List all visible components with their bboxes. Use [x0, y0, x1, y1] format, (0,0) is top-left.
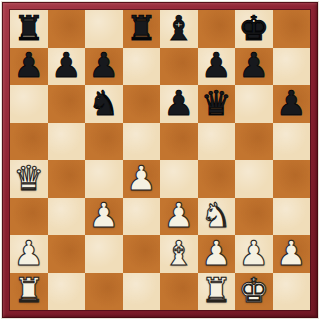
- square-d1[interactable]: [123, 273, 161, 311]
- square-e4[interactable]: [160, 160, 198, 198]
- black-pawn-a7[interactable]: ♟: [14, 48, 44, 82]
- square-d5[interactable]: [123, 123, 161, 161]
- square-h8[interactable]: [273, 10, 311, 48]
- square-c2[interactable]: [85, 235, 123, 273]
- white-pawn-e3[interactable]: ♟: [164, 198, 194, 232]
- square-f6[interactable]: ♛: [198, 85, 236, 123]
- square-h5[interactable]: [273, 123, 311, 161]
- square-e8[interactable]: ♝: [160, 10, 198, 48]
- square-d2[interactable]: [123, 235, 161, 273]
- square-d6[interactable]: [123, 85, 161, 123]
- square-f4[interactable]: [198, 160, 236, 198]
- square-h4[interactable]: [273, 160, 311, 198]
- square-f5[interactable]: [198, 123, 236, 161]
- black-knight-c6[interactable]: ♞: [89, 86, 119, 120]
- white-rook-a1[interactable]: ♜: [14, 273, 44, 307]
- square-d7[interactable]: [123, 48, 161, 86]
- black-rook-a8[interactable]: ♜: [14, 11, 44, 45]
- black-pawn-e6[interactable]: ♟: [164, 86, 194, 120]
- square-b5[interactable]: [48, 123, 86, 161]
- square-c6[interactable]: ♞: [85, 85, 123, 123]
- square-c4[interactable]: [85, 160, 123, 198]
- square-b4[interactable]: [48, 160, 86, 198]
- white-bishop-e2[interactable]: ♝: [164, 236, 194, 270]
- square-c1[interactable]: [85, 273, 123, 311]
- page: ♜♜♝♚♟♟♟♟♟♞♟♛♟♛♟♟♟♞♟♝♟♟♟♜♜♚: [0, 0, 320, 320]
- white-rook-f1[interactable]: ♜: [201, 273, 231, 307]
- white-pawn-h2[interactable]: ♟: [276, 236, 306, 270]
- black-king-g8[interactable]: ♚: [239, 11, 269, 45]
- square-h2[interactable]: ♟: [273, 235, 311, 273]
- black-queen-f6[interactable]: ♛: [201, 86, 231, 120]
- board: ♜♜♝♚♟♟♟♟♟♞♟♛♟♛♟♟♟♞♟♝♟♟♟♜♜♚: [10, 10, 310, 310]
- square-h6[interactable]: ♟: [273, 85, 311, 123]
- white-knight-f3[interactable]: ♞: [201, 198, 231, 232]
- white-pawn-c3[interactable]: ♟: [89, 198, 119, 232]
- square-g3[interactable]: [235, 198, 273, 236]
- square-g1[interactable]: ♚: [235, 273, 273, 311]
- square-e3[interactable]: ♟: [160, 198, 198, 236]
- square-a5[interactable]: [10, 123, 48, 161]
- black-rook-d8[interactable]: ♜: [126, 11, 156, 45]
- square-b2[interactable]: [48, 235, 86, 273]
- white-king-g1[interactable]: ♚: [239, 273, 269, 307]
- square-e7[interactable]: [160, 48, 198, 86]
- black-pawn-g7[interactable]: ♟: [239, 48, 269, 82]
- square-a4[interactable]: ♛: [10, 160, 48, 198]
- square-e2[interactable]: ♝: [160, 235, 198, 273]
- square-b6[interactable]: [48, 85, 86, 123]
- square-d8[interactable]: ♜: [123, 10, 161, 48]
- square-f7[interactable]: ♟: [198, 48, 236, 86]
- square-g6[interactable]: [235, 85, 273, 123]
- square-h1[interactable]: [273, 273, 311, 311]
- white-pawn-g2[interactable]: ♟: [239, 236, 269, 270]
- square-a8[interactable]: ♜: [10, 10, 48, 48]
- square-b7[interactable]: ♟: [48, 48, 86, 86]
- black-bishop-e8[interactable]: ♝: [164, 11, 194, 45]
- square-d3[interactable]: [123, 198, 161, 236]
- black-pawn-f7[interactable]: ♟: [201, 48, 231, 82]
- square-g8[interactable]: ♚: [235, 10, 273, 48]
- square-g4[interactable]: [235, 160, 273, 198]
- square-a3[interactable]: [10, 198, 48, 236]
- square-g7[interactable]: ♟: [235, 48, 273, 86]
- square-e5[interactable]: [160, 123, 198, 161]
- square-d4[interactable]: ♟: [123, 160, 161, 198]
- square-g2[interactable]: ♟: [235, 235, 273, 273]
- board-frame: ♜♜♝♚♟♟♟♟♟♞♟♛♟♛♟♟♟♞♟♝♟♟♟♜♜♚: [2, 2, 318, 318]
- square-c8[interactable]: [85, 10, 123, 48]
- white-pawn-d4[interactable]: ♟: [126, 161, 156, 195]
- square-c7[interactable]: ♟: [85, 48, 123, 86]
- square-a1[interactable]: ♜: [10, 273, 48, 311]
- white-pawn-a2[interactable]: ♟: [14, 236, 44, 270]
- square-f3[interactable]: ♞: [198, 198, 236, 236]
- square-h7[interactable]: [273, 48, 311, 86]
- square-c5[interactable]: [85, 123, 123, 161]
- square-f1[interactable]: ♜: [198, 273, 236, 311]
- square-e1[interactable]: [160, 273, 198, 311]
- square-g5[interactable]: [235, 123, 273, 161]
- square-a6[interactable]: [10, 85, 48, 123]
- square-a2[interactable]: ♟: [10, 235, 48, 273]
- square-b8[interactable]: [48, 10, 86, 48]
- black-pawn-c7[interactable]: ♟: [89, 48, 119, 82]
- square-a7[interactable]: ♟: [10, 48, 48, 86]
- square-b1[interactable]: [48, 273, 86, 311]
- black-pawn-b7[interactable]: ♟: [51, 48, 81, 82]
- white-pawn-f2[interactable]: ♟: [201, 236, 231, 270]
- white-queen-a4[interactable]: ♛: [14, 161, 44, 195]
- square-h3[interactable]: [273, 198, 311, 236]
- square-c3[interactable]: ♟: [85, 198, 123, 236]
- square-f2[interactable]: ♟: [198, 235, 236, 273]
- square-e6[interactable]: ♟: [160, 85, 198, 123]
- square-b3[interactable]: [48, 198, 86, 236]
- square-f8[interactable]: [198, 10, 236, 48]
- black-pawn-h6[interactable]: ♟: [276, 86, 306, 120]
